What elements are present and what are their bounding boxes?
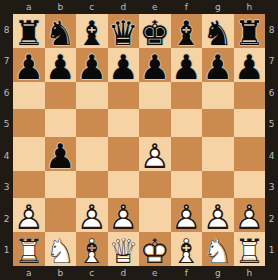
left-rank-labels: 87654321 bbox=[0, 14, 13, 266]
square-b6[interactable] bbox=[45, 82, 77, 109]
piece-white-pawn[interactable]: ♟♙ bbox=[203, 200, 233, 234]
file-label-b: b bbox=[45, 266, 77, 280]
piece-black-pawn[interactable]: ♟ bbox=[45, 50, 75, 84]
rank-label-1: 1 bbox=[0, 235, 13, 267]
piece-black-pawn[interactable]: ♟ bbox=[171, 50, 201, 84]
piece-white-bishop[interactable]: ♝♗ bbox=[171, 234, 201, 268]
square-d7[interactable]: ♟ bbox=[108, 48, 140, 82]
square-a7[interactable]: ♟ bbox=[13, 48, 45, 82]
rank-label-7: 7 bbox=[0, 46, 13, 78]
file-label-h: h bbox=[234, 0, 266, 14]
piece-black-pawn[interactable]: ♟ bbox=[77, 50, 107, 84]
rank-label-8: 8 bbox=[265, 14, 278, 46]
square-h8[interactable]: ♜ bbox=[234, 14, 266, 48]
file-label-g: g bbox=[202, 266, 234, 280]
piece-black-rook[interactable]: ♜ bbox=[234, 16, 264, 50]
square-e4[interactable]: ♟♙ bbox=[139, 137, 171, 171]
piece-black-pawn[interactable]: ♟ bbox=[234, 50, 264, 84]
square-d6[interactable] bbox=[108, 82, 140, 109]
square-d2[interactable]: ♟♙ bbox=[108, 198, 140, 232]
square-g2[interactable]: ♟♙ bbox=[202, 198, 234, 232]
file-label-f: f bbox=[171, 266, 203, 280]
square-a3[interactable] bbox=[13, 171, 45, 198]
rank-label-6: 6 bbox=[0, 77, 13, 109]
piece-black-queen[interactable]: ♛ bbox=[108, 16, 138, 50]
piece-black-pawn[interactable]: ♟ bbox=[108, 50, 138, 84]
square-f5[interactable] bbox=[171, 109, 203, 136]
piece-white-pawn[interactable]: ♟♙ bbox=[108, 200, 138, 234]
square-h6[interactable] bbox=[234, 82, 266, 109]
rank-label-6: 6 bbox=[265, 77, 278, 109]
square-c7[interactable]: ♟ bbox=[76, 48, 108, 82]
square-a1[interactable]: ♜♖ bbox=[13, 232, 45, 266]
square-a2[interactable]: ♟♙ bbox=[13, 198, 45, 232]
chess-board: ♜♞♝♛♚♝♞♜♟♟♟♟♟♟♟♟♟♟♙♟♙♟♙♟♙♟♙♟♙♟♙♜♖♞♘♝♗♛♕♚… bbox=[13, 14, 265, 266]
square-h7[interactable]: ♟ bbox=[234, 48, 266, 82]
bottom-file-labels: abcdefgh bbox=[13, 266, 265, 280]
rank-label-3: 3 bbox=[0, 172, 13, 204]
piece-white-rook[interactable]: ♜♖ bbox=[234, 234, 264, 268]
piece-white-pawn[interactable]: ♟♙ bbox=[14, 200, 44, 234]
square-d8[interactable]: ♛ bbox=[108, 14, 140, 48]
square-g3[interactable] bbox=[202, 171, 234, 198]
square-c5[interactable] bbox=[76, 109, 108, 136]
piece-white-king[interactable]: ♚♔ bbox=[140, 234, 170, 268]
piece-white-pawn[interactable]: ♟♙ bbox=[234, 200, 264, 234]
right-rank-labels: 87654321 bbox=[265, 14, 278, 266]
rank-label-1: 1 bbox=[265, 235, 278, 267]
square-b3[interactable] bbox=[45, 171, 77, 198]
square-g4[interactable] bbox=[202, 137, 234, 171]
square-b1[interactable]: ♞♘ bbox=[45, 232, 77, 266]
piece-white-pawn[interactable]: ♟♙ bbox=[77, 200, 107, 234]
square-c2[interactable]: ♟♙ bbox=[76, 198, 108, 232]
square-e6[interactable] bbox=[139, 82, 171, 109]
file-label-h: h bbox=[234, 266, 266, 280]
square-f3[interactable] bbox=[171, 171, 203, 198]
file-label-e: e bbox=[139, 0, 171, 14]
piece-white-pawn[interactable]: ♟♙ bbox=[140, 139, 170, 173]
top-file-labels: abcdefgh bbox=[13, 0, 265, 14]
square-b4[interactable]: ♟ bbox=[45, 137, 77, 171]
rank-label-5: 5 bbox=[265, 109, 278, 141]
square-b2[interactable] bbox=[45, 198, 77, 232]
square-e3[interactable] bbox=[139, 171, 171, 198]
square-a8[interactable]: ♜ bbox=[13, 14, 45, 48]
piece-black-pawn[interactable]: ♟ bbox=[140, 50, 170, 84]
rank-label-2: 2 bbox=[265, 203, 278, 235]
square-a6[interactable] bbox=[13, 82, 45, 109]
file-label-d: d bbox=[108, 0, 140, 14]
piece-black-knight[interactable]: ♞ bbox=[203, 16, 233, 50]
file-label-g: g bbox=[202, 0, 234, 14]
square-g8[interactable]: ♞ bbox=[202, 14, 234, 48]
piece-white-bishop[interactable]: ♝♗ bbox=[77, 234, 107, 268]
square-f1[interactable]: ♝♗ bbox=[171, 232, 203, 266]
rank-label-5: 5 bbox=[0, 109, 13, 141]
square-g6[interactable] bbox=[202, 82, 234, 109]
rank-label-4: 4 bbox=[265, 140, 278, 172]
square-f2[interactable]: ♟♙ bbox=[171, 198, 203, 232]
square-g7[interactable]: ♟ bbox=[202, 48, 234, 82]
file-label-c: c bbox=[76, 266, 108, 280]
square-d5[interactable] bbox=[108, 109, 140, 136]
square-b5[interactable] bbox=[45, 109, 77, 136]
rank-label-3: 3 bbox=[265, 172, 278, 204]
file-label-b: b bbox=[45, 0, 77, 14]
square-b7[interactable]: ♟ bbox=[45, 48, 77, 82]
file-label-c: c bbox=[76, 0, 108, 14]
square-e2[interactable] bbox=[139, 198, 171, 232]
piece-black-king[interactable]: ♚ bbox=[140, 16, 170, 50]
piece-black-pawn[interactable]: ♟ bbox=[14, 50, 44, 84]
square-e8[interactable]: ♚ bbox=[139, 14, 171, 48]
piece-white-pawn[interactable]: ♟♙ bbox=[171, 200, 201, 234]
file-label-a: a bbox=[13, 266, 45, 280]
square-f4[interactable] bbox=[171, 137, 203, 171]
square-c4[interactable] bbox=[76, 137, 108, 171]
piece-black-pawn[interactable]: ♟ bbox=[203, 50, 233, 84]
square-h4[interactable] bbox=[234, 137, 266, 171]
piece-black-bishop[interactable]: ♝ bbox=[171, 16, 201, 50]
square-d1[interactable]: ♛♕ bbox=[108, 232, 140, 266]
square-e5[interactable] bbox=[139, 109, 171, 136]
square-a4[interactable] bbox=[13, 137, 45, 171]
rank-label-4: 4 bbox=[0, 140, 13, 172]
square-h5[interactable] bbox=[234, 109, 266, 136]
square-h1[interactable]: ♜♖ bbox=[234, 232, 266, 266]
file-label-f: f bbox=[171, 0, 203, 14]
square-c1[interactable]: ♝♗ bbox=[76, 232, 108, 266]
square-g5[interactable] bbox=[202, 109, 234, 136]
piece-white-knight[interactable]: ♞♘ bbox=[203, 234, 233, 268]
square-f7[interactable]: ♟ bbox=[171, 48, 203, 82]
square-a5[interactable] bbox=[13, 109, 45, 136]
square-b8[interactable]: ♞ bbox=[45, 14, 77, 48]
square-c6[interactable] bbox=[76, 82, 108, 109]
square-d4[interactable] bbox=[108, 137, 140, 171]
chess-board-frame: abcdefgh 87654321 ♜♞♝♛♚♝♞♜♟♟♟♟♟♟♟♟♟♟♙♟♙♟… bbox=[0, 0, 278, 280]
file-label-e: e bbox=[139, 266, 171, 280]
rank-label-7: 7 bbox=[265, 46, 278, 78]
square-g1[interactable]: ♞♘ bbox=[202, 232, 234, 266]
square-c8[interactable]: ♝ bbox=[76, 14, 108, 48]
rank-label-8: 8 bbox=[0, 14, 13, 46]
file-label-d: d bbox=[108, 266, 140, 280]
piece-black-bishop[interactable]: ♝ bbox=[77, 16, 107, 50]
square-d3[interactable] bbox=[108, 171, 140, 198]
piece-white-queen[interactable]: ♛♕ bbox=[108, 234, 138, 268]
piece-black-pawn[interactable]: ♟ bbox=[45, 139, 75, 173]
square-c3[interactable] bbox=[76, 171, 108, 198]
rank-label-2: 2 bbox=[0, 203, 13, 235]
square-f6[interactable] bbox=[171, 82, 203, 109]
piece-black-knight[interactable]: ♞ bbox=[45, 16, 75, 50]
square-h3[interactable] bbox=[234, 171, 266, 198]
square-e1[interactable]: ♚♔ bbox=[139, 232, 171, 266]
piece-white-rook[interactable]: ♜♖ bbox=[14, 234, 44, 268]
square-h2[interactable]: ♟♙ bbox=[234, 198, 266, 232]
piece-white-knight[interactable]: ♞♘ bbox=[45, 234, 75, 268]
square-f8[interactable]: ♝ bbox=[171, 14, 203, 48]
piece-black-rook[interactable]: ♜ bbox=[14, 16, 44, 50]
file-label-a: a bbox=[13, 0, 45, 14]
square-e7[interactable]: ♟ bbox=[139, 48, 171, 82]
